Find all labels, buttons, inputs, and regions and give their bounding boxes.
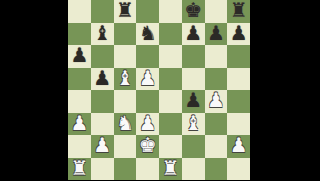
- square-h8[interactable]: ♜: [227, 0, 250, 23]
- square-c5[interactable]: ♝: [114, 68, 137, 91]
- square-c8[interactable]: ♜: [114, 0, 137, 23]
- piece-white-knight[interactable]: ♞: [116, 113, 134, 133]
- square-d8[interactable]: [136, 0, 159, 23]
- square-b3[interactable]: [91, 113, 114, 136]
- piece-black-pawn[interactable]: ♟: [207, 23, 225, 43]
- square-h5[interactable]: [227, 68, 250, 91]
- square-h2[interactable]: ♟: [227, 135, 250, 158]
- piece-white-rook[interactable]: ♜: [70, 158, 88, 178]
- square-a8[interactable]: [68, 0, 91, 23]
- square-a4[interactable]: [68, 90, 91, 113]
- square-e5[interactable]: [159, 68, 182, 91]
- square-a6[interactable]: ♟: [68, 45, 91, 68]
- piece-white-pawn[interactable]: ♟: [70, 113, 88, 133]
- square-b7[interactable]: ♝: [91, 23, 114, 46]
- piece-black-pawn[interactable]: ♟: [93, 68, 111, 88]
- square-d6[interactable]: [136, 45, 159, 68]
- square-g8[interactable]: [205, 0, 228, 23]
- square-e7[interactable]: [159, 23, 182, 46]
- square-d3[interactable]: ♟: [136, 113, 159, 136]
- square-g4[interactable]: ♟: [205, 90, 228, 113]
- square-a5[interactable]: [68, 68, 91, 91]
- square-c3[interactable]: ♞: [114, 113, 137, 136]
- piece-white-bishop[interactable]: ♝: [116, 68, 134, 88]
- square-c4[interactable]: [114, 90, 137, 113]
- square-e2[interactable]: [159, 135, 182, 158]
- square-b4[interactable]: [91, 90, 114, 113]
- square-g7[interactable]: ♟: [205, 23, 228, 46]
- piece-white-pawn[interactable]: ♟: [93, 135, 111, 155]
- piece-white-pawn[interactable]: ♟: [139, 68, 157, 88]
- piece-black-bishop[interactable]: ♝: [93, 23, 111, 43]
- square-g1[interactable]: [205, 158, 228, 181]
- piece-white-bishop[interactable]: ♝: [184, 113, 202, 133]
- square-f8[interactable]: ♚: [182, 0, 205, 23]
- square-e4[interactable]: [159, 90, 182, 113]
- square-a3[interactable]: ♟: [68, 113, 91, 136]
- square-a1[interactable]: ♜: [68, 158, 91, 181]
- piece-black-pawn[interactable]: ♟: [184, 90, 202, 110]
- square-b1[interactable]: [91, 158, 114, 181]
- piece-white-rook[interactable]: ♜: [161, 158, 179, 178]
- square-h1[interactable]: [227, 158, 250, 181]
- piece-black-king[interactable]: ♚: [184, 0, 202, 20]
- piece-black-pawn[interactable]: ♟: [184, 23, 202, 43]
- square-b2[interactable]: ♟: [91, 135, 114, 158]
- square-f7[interactable]: ♟: [182, 23, 205, 46]
- square-f4[interactable]: ♟: [182, 90, 205, 113]
- square-g3[interactable]: [205, 113, 228, 136]
- square-b8[interactable]: [91, 0, 114, 23]
- square-f2[interactable]: [182, 135, 205, 158]
- square-d7[interactable]: ♞: [136, 23, 159, 46]
- square-d2[interactable]: ♚: [136, 135, 159, 158]
- square-h6[interactable]: [227, 45, 250, 68]
- square-g6[interactable]: [205, 45, 228, 68]
- square-h3[interactable]: [227, 113, 250, 136]
- square-f6[interactable]: [182, 45, 205, 68]
- piece-black-knight[interactable]: ♞: [139, 23, 157, 43]
- square-d5[interactable]: ♟: [136, 68, 159, 91]
- square-h7[interactable]: ♟: [227, 23, 250, 46]
- piece-white-king[interactable]: ♚: [139, 135, 157, 155]
- piece-black-pawn[interactable]: ♟: [230, 23, 248, 43]
- square-e6[interactable]: [159, 45, 182, 68]
- piece-white-pawn[interactable]: ♟: [230, 135, 248, 155]
- square-e8[interactable]: [159, 0, 182, 23]
- square-c7[interactable]: [114, 23, 137, 46]
- app-background: ♜♚♜♝♞♟♟♟♟♟♝♟♟♟♟♞♟♝♟♚♟♜♜: [0, 0, 320, 180]
- square-f1[interactable]: [182, 158, 205, 181]
- square-h4[interactable]: [227, 90, 250, 113]
- piece-black-rook[interactable]: ♜: [116, 0, 134, 20]
- square-e3[interactable]: [159, 113, 182, 136]
- square-d1[interactable]: [136, 158, 159, 181]
- square-d4[interactable]: [136, 90, 159, 113]
- square-b5[interactable]: ♟: [91, 68, 114, 91]
- square-g5[interactable]: [205, 68, 228, 91]
- square-f3[interactable]: ♝: [182, 113, 205, 136]
- piece-white-pawn[interactable]: ♟: [207, 90, 225, 110]
- square-e1[interactable]: ♜: [159, 158, 182, 181]
- square-g2[interactable]: [205, 135, 228, 158]
- piece-white-pawn[interactable]: ♟: [139, 113, 157, 133]
- square-b6[interactable]: [91, 45, 114, 68]
- square-c2[interactable]: [114, 135, 137, 158]
- square-a2[interactable]: [68, 135, 91, 158]
- piece-black-pawn[interactable]: ♟: [70, 45, 88, 65]
- square-c1[interactable]: [114, 158, 137, 181]
- square-f5[interactable]: [182, 68, 205, 91]
- piece-black-rook[interactable]: ♜: [230, 0, 248, 20]
- chess-board: ♜♚♜♝♞♟♟♟♟♟♝♟♟♟♟♞♟♝♟♚♟♜♜: [68, 0, 250, 180]
- square-c6[interactable]: [114, 45, 137, 68]
- square-a7[interactable]: [68, 23, 91, 46]
